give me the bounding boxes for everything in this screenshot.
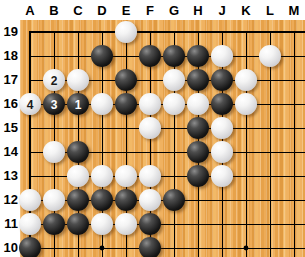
col-label-A: A	[18, 0, 42, 20]
row-label-19: 19	[0, 22, 18, 42]
row-label-16: 16	[0, 94, 18, 114]
go-board-diagram: ABCDEFGHJKLM 19181716151413121110 3124	[0, 0, 305, 257]
col-label-G: G	[162, 0, 186, 20]
row-label-12: 12	[0, 190, 18, 210]
row-label-13: 13	[0, 166, 18, 186]
col-label-E: E	[114, 0, 138, 20]
row-label-10: 10	[0, 238, 18, 257]
col-label-B: B	[42, 0, 66, 20]
col-label-F: F	[138, 0, 162, 20]
star-point-D10	[100, 246, 105, 251]
col-label-K: K	[234, 0, 258, 20]
grid-lines	[20, 20, 305, 257]
col-label-L: L	[258, 0, 282, 20]
row-label-17: 17	[0, 70, 18, 90]
goban[interactable]	[20, 20, 305, 257]
col-label-C: C	[66, 0, 90, 20]
col-label-J: J	[210, 0, 234, 20]
row-label-15: 15	[0, 118, 18, 138]
star-point-K10	[244, 246, 249, 251]
row-label-18: 18	[0, 46, 18, 66]
col-label-D: D	[90, 0, 114, 20]
row-label-11: 11	[0, 214, 18, 234]
col-label-M: M	[282, 0, 305, 20]
col-label-H: H	[186, 0, 210, 20]
row-label-14: 14	[0, 142, 18, 162]
